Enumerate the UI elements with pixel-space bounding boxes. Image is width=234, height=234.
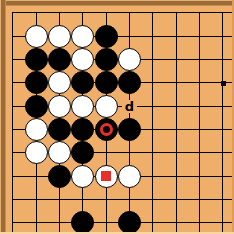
grid-line-v [12, 211, 13, 234]
white-stone [48, 71, 71, 94]
white-stone [25, 25, 48, 48]
intersection-2-6 [48, 141, 71, 164]
intersection-2-8 [48, 188, 71, 211]
intersection-5-1 [118, 25, 141, 48]
grid-line-v [199, 141, 200, 164]
intersection-7-7 [164, 164, 187, 187]
black-stone [48, 165, 71, 188]
grid-line-v [152, 48, 153, 71]
star-point [221, 81, 226, 86]
intersection-5-6 [118, 141, 141, 164]
grid-line-v [59, 211, 60, 234]
intersection-6-3 [141, 71, 164, 94]
white-stone [48, 141, 71, 164]
intersection-5-3 [118, 71, 141, 94]
white-stone [71, 25, 94, 48]
intersection-4-7 [95, 164, 118, 187]
intersection-3-1 [71, 25, 94, 48]
intersection-3-4 [71, 95, 94, 118]
grid-line-v [199, 48, 200, 71]
intersection-9-9 [211, 211, 234, 234]
intersection-2-5 [48, 118, 71, 141]
grid-line-v [199, 12, 200, 24]
grid-line-v [176, 71, 177, 94]
grid-line-v [129, 12, 130, 24]
grid-line-v [199, 118, 200, 141]
grid-line-v [152, 95, 153, 118]
grid-line-v [222, 188, 223, 211]
white-stone [95, 165, 118, 188]
intersection-4-3 [95, 71, 118, 94]
grid-line-v [222, 118, 223, 141]
intersection-9-1 [211, 25, 234, 48]
grid-line-h [12, 82, 24, 83]
black-stone [71, 71, 94, 94]
grid-line-v [176, 141, 177, 164]
grid-line-v [199, 188, 200, 211]
white-stone [71, 95, 94, 118]
black-stone [25, 95, 48, 118]
grid-line-h [12, 129, 24, 130]
intersection-1-2 [25, 48, 48, 71]
intersection-1-6 [25, 141, 48, 164]
intersection-3-6 [71, 141, 94, 164]
intersection-4-9 [95, 211, 118, 234]
intersection-8-3 [188, 71, 211, 94]
black-stone [48, 118, 71, 141]
grid-line-v [152, 141, 153, 164]
grid-line-v [222, 211, 223, 234]
intersection-1-8 [25, 188, 48, 211]
intersection-6-2 [141, 48, 164, 71]
intersection-7-6 [164, 141, 187, 164]
intersection-7-1 [164, 25, 187, 48]
grid-line-v [12, 95, 13, 118]
intersection-8-4 [188, 95, 211, 118]
intersection-9-4 [211, 95, 234, 118]
intersection-1-1 [25, 25, 48, 48]
grid-line-h [12, 152, 24, 153]
grid-line-v [199, 25, 200, 48]
grid-line-v [222, 25, 223, 48]
black-stone [25, 71, 48, 94]
grid-line-v [106, 12, 107, 24]
black-stone [118, 71, 141, 94]
grid-line-v [176, 95, 177, 118]
grid-line-v [106, 141, 107, 164]
board-edge-top [0, 0, 234, 6]
intersection-8-9 [188, 211, 211, 234]
black-stone [95, 25, 118, 48]
intersection-7-4 [164, 95, 187, 118]
grid-line-v [152, 164, 153, 187]
grid-line-h [12, 176, 24, 177]
intersection-6-8 [141, 188, 164, 211]
grid-line-v [152, 12, 153, 24]
go-diagram: d [0, 0, 234, 234]
grid-line-h [12, 106, 24, 107]
grid-line-v [152, 25, 153, 48]
black-stone [71, 211, 94, 234]
intersection-8-7 [188, 164, 211, 187]
intersection-1-3 [25, 71, 48, 94]
grid-line-v [176, 118, 177, 141]
grid-line-v [222, 141, 223, 164]
intersection-6-1 [141, 25, 164, 48]
intersection-8-2 [188, 48, 211, 71]
grid-line-v [129, 188, 130, 211]
red-circle-marker [100, 123, 113, 136]
grid-line-v [199, 164, 200, 187]
grid-line-h [12, 12, 24, 13]
intersection-5-2 [118, 48, 141, 71]
grid-line-v [176, 188, 177, 211]
grid-line-v [222, 95, 223, 118]
grid-line-v [12, 25, 13, 48]
grid-line-h [12, 36, 24, 37]
grid-line-v [82, 12, 83, 24]
intersection-9-5 [211, 118, 234, 141]
intersection-2-2 [48, 48, 71, 71]
intersection-1-5 [25, 118, 48, 141]
grid-line-v [176, 25, 177, 48]
intersection-4-2 [95, 48, 118, 71]
grid-line-v [82, 188, 83, 211]
intersection-5-8 [118, 188, 141, 211]
go-board-grid: d [1, 1, 234, 234]
grid-line-v [59, 12, 60, 24]
intersection-8-6 [188, 141, 211, 164]
white-stone [25, 141, 48, 164]
intersection-6-6 [141, 141, 164, 164]
grid-line-v [106, 211, 107, 234]
point-label-d: d [122, 100, 137, 113]
intersection-2-1 [48, 25, 71, 48]
grid-line-v [176, 12, 177, 24]
white-stone [118, 165, 141, 188]
grid-line-v [176, 164, 177, 187]
intersection-6-5 [141, 118, 164, 141]
grid-line-h [12, 59, 24, 60]
intersection-3-5 [71, 118, 94, 141]
intersection-8-1 [188, 25, 211, 48]
intersection-5-7 [118, 164, 141, 187]
grid-line-v [36, 211, 37, 234]
intersection-2-4 [48, 95, 71, 118]
grid-line-v [152, 188, 153, 211]
white-stone [48, 25, 71, 48]
board-edge-left [0, 0, 6, 234]
grid-line-v [12, 188, 13, 211]
white-stone [118, 48, 141, 71]
intersection-6-7 [141, 164, 164, 187]
intersection-3-9 [71, 211, 94, 234]
red-square-marker [101, 171, 111, 181]
grid-line-v [12, 118, 13, 141]
intersection-1-9 [25, 211, 48, 234]
black-stone [25, 48, 48, 71]
grid-line-v [152, 211, 153, 234]
intersection-9-2 [211, 48, 234, 71]
grid-line-v [199, 95, 200, 118]
intersection-3-8 [71, 188, 94, 211]
grid-line-v [36, 12, 37, 24]
intersection-7-3 [164, 71, 187, 94]
intersection-7-9 [164, 211, 187, 234]
intersection-4-4 [95, 95, 118, 118]
white-stone [95, 95, 118, 118]
grid-line-v [199, 71, 200, 94]
intersection-2-7 [48, 164, 71, 187]
intersection-1-4 [25, 95, 48, 118]
grid-line-v [152, 71, 153, 94]
intersection-9-8 [211, 188, 234, 211]
grid-line-v [36, 164, 37, 187]
grid-line-h [12, 199, 24, 200]
grid-line-v [12, 12, 13, 24]
grid-line-v [12, 164, 13, 187]
intersection-4-8 [95, 188, 118, 211]
intersection-9-6 [211, 141, 234, 164]
grid-line-h [12, 222, 24, 223]
white-stone [25, 118, 48, 141]
grid-line-v [12, 71, 13, 94]
black-stone [95, 71, 118, 94]
grid-line-v [12, 48, 13, 71]
intersection-5-9 [118, 211, 141, 234]
intersection-7-2 [164, 48, 187, 71]
grid-line-v [222, 48, 223, 71]
grid-line-v [222, 164, 223, 187]
grid-line-v [59, 188, 60, 211]
white-stone [48, 95, 71, 118]
black-stone [95, 118, 118, 141]
grid-line-v [222, 12, 223, 24]
board-edge-bottom [0, 232, 234, 234]
white-stone [71, 165, 94, 188]
intersection-7-5 [164, 118, 187, 141]
grid-line-v [176, 211, 177, 234]
grid-line-v [176, 48, 177, 71]
black-stone [118, 211, 141, 234]
black-stone [95, 48, 118, 71]
intersection-1-7 [25, 164, 48, 187]
grid-line-v [152, 118, 153, 141]
grid-line-v [199, 211, 200, 234]
black-stone [48, 48, 71, 71]
grid-line-v [36, 188, 37, 211]
intersection-6-9 [141, 211, 164, 234]
black-stone [71, 118, 94, 141]
intersection-5-4: d [118, 95, 141, 118]
board-edge-right [232, 0, 234, 234]
white-stone [71, 48, 94, 71]
intersection-3-3 [71, 71, 94, 94]
intersection-8-8 [188, 188, 211, 211]
intersection-9-3 [211, 71, 234, 94]
intersection-6-4 [141, 95, 164, 118]
grid-line-v [129, 25, 130, 48]
intersection-4-5 [95, 118, 118, 141]
intersection-4-1 [95, 25, 118, 48]
intersection-2-3 [48, 71, 71, 94]
grid-line-v [12, 141, 13, 164]
grid-line-v [129, 141, 130, 164]
grid-line-v [106, 188, 107, 211]
intersection-7-8 [164, 188, 187, 211]
intersection-3-7 [71, 164, 94, 187]
intersection-4-6 [95, 141, 118, 164]
black-stone [118, 118, 141, 141]
intersection-2-9 [48, 211, 71, 234]
intersection-9-7 [211, 164, 234, 187]
intersection-8-5 [188, 118, 211, 141]
intersection-3-2 [71, 48, 94, 71]
intersection-5-5 [118, 118, 141, 141]
black-stone [71, 141, 94, 164]
